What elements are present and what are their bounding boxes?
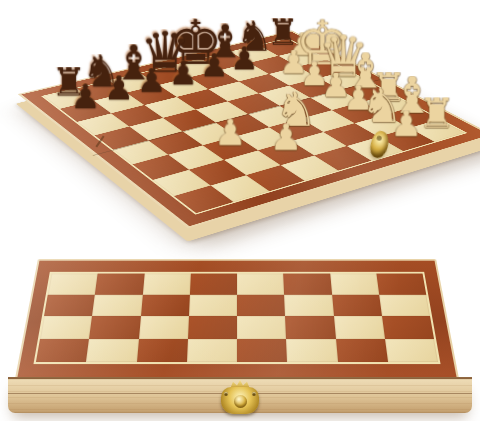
board-square [237,274,284,295]
board-square [332,294,382,316]
board-square [44,294,95,316]
board-square [237,339,287,362]
board-square [283,274,331,295]
closed-board-3d-wrapper [27,252,447,380]
board-square [330,274,379,295]
light-pawn-piece: ♟ [214,118,246,147]
board-square [48,274,98,295]
board-square [376,274,426,295]
closed-board-top-face [15,259,459,380]
closed-board-scene [0,246,480,421]
board-square [284,294,333,316]
board-square [142,274,190,295]
board-square [86,339,138,362]
board-square [187,339,237,362]
board-square [190,274,237,295]
board-square [335,339,387,362]
light-rook-piece: ♜ [418,97,455,131]
board-square [89,316,140,339]
product-photo: ♜♞♝♛♚♝♞♜♟♟♟♟♟♟♟♚♛♝♜♝♜♟♟♟♟♞♟♞♟♟ [0,0,480,421]
board-square [188,316,237,339]
light-pawn-piece: ♟ [390,110,422,139]
clasp-screw [252,392,256,396]
open-board-scene: ♜♞♝♛♚♝♞♜♟♟♟♟♟♟♟♚♛♝♜♝♜♟♟♟♟♞♟♞♟♟ [0,0,480,246]
clasp-knob [234,395,247,408]
board-square [189,294,237,316]
clasp-screw [224,392,228,396]
board-square [379,294,430,316]
board-square [36,339,89,362]
board-square [237,294,285,316]
light-pawn-piece: ♟ [270,123,302,153]
board-square [237,316,286,339]
board-square [141,294,190,316]
board-square [139,316,189,339]
board-square [95,274,144,295]
board-square [286,339,337,362]
brass-clasp-icon [216,380,264,416]
board-square [92,294,142,316]
board-square [40,316,92,339]
board-square [334,316,385,339]
board-square [136,339,187,362]
board-square [385,339,438,362]
board-square [285,316,335,339]
board-square [382,316,434,339]
open-chess-board: ♜♞♝♛♚♝♞♜♟♟♟♟♟♟♟♚♛♝♜♝♜♟♟♟♟♞♟♞♟♟ [18,30,480,228]
closed-board-grid [36,274,438,362]
open-board-3d-wrapper: ♜♞♝♛♚♝♞♜♟♟♟♟♟♟♟♚♛♝♜♝♜♟♟♟♟♞♟♞♟♟ [76,0,420,286]
